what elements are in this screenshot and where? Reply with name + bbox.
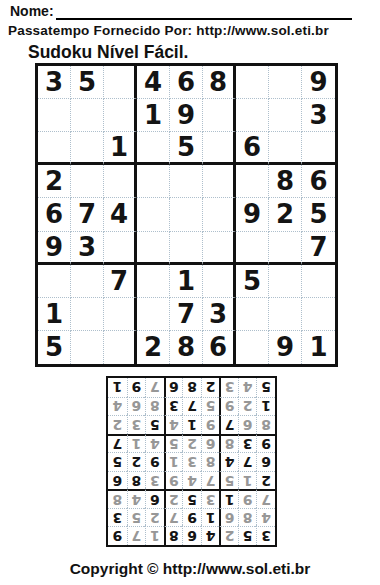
solution-cell-r6c1: 9 xyxy=(256,434,275,453)
solution-cell-r8c8: 6 xyxy=(127,397,146,416)
solution-cell-r1c9: 9 xyxy=(108,526,127,545)
solution-cell-r2c3: 6 xyxy=(219,508,238,527)
puzzle-cell-r4c8: 8 xyxy=(269,165,302,198)
puzzle-cell-r2c9: 3 xyxy=(302,99,335,132)
solution-cell-r9c3: 3 xyxy=(219,378,238,397)
solution-cell-r7c8: 3 xyxy=(127,415,146,434)
page-title: Sudoku Nível Fácil. xyxy=(28,42,188,63)
solution-cell-r8c4: 5 xyxy=(201,397,220,416)
solution-cell-r6c9: 7 xyxy=(108,434,127,453)
solution-cell-r3c1: 7 xyxy=(256,489,275,508)
solution-cell-r1c1: 3 xyxy=(256,526,275,545)
puzzle-cell-r8c2[interactable] xyxy=(71,298,104,331)
copyright-line: Copyright © http://www.sol.eti.br xyxy=(0,560,380,578)
puzzle-cell-r6c5[interactable] xyxy=(170,232,203,265)
solution-cell-r4c7: 3 xyxy=(145,471,164,490)
solution-cell-r5c3: 4 xyxy=(219,452,238,471)
solution-cell-r6c7: 4 xyxy=(145,434,164,453)
puzzle-cell-r2c1[interactable] xyxy=(38,99,71,132)
provider-line: Passatempo Fornecido Por: http://www.sol… xyxy=(8,23,329,38)
puzzle-cell-r5c7: 9 xyxy=(236,198,269,231)
solution-cell-r8c2: 2 xyxy=(238,397,257,416)
puzzle-cell-r4c4[interactable] xyxy=(137,165,170,198)
solution-cell-r6c6: 5 xyxy=(164,434,183,453)
puzzle-cell-r6c1: 9 xyxy=(38,232,71,265)
puzzle-cell-r9c7[interactable] xyxy=(236,331,269,364)
solution-cell-r4c8: 8 xyxy=(127,471,146,490)
puzzle-cell-r1c1: 3 xyxy=(38,66,71,99)
puzzle-cell-r6c6[interactable] xyxy=(203,232,236,265)
puzzle-cell-r7c8[interactable] xyxy=(269,265,302,298)
puzzle-cell-r8c3[interactable] xyxy=(104,298,137,331)
puzzle-cell-r3c1[interactable] xyxy=(38,132,71,165)
solution-cell-r5c7: 9 xyxy=(145,452,164,471)
solution-cell-r5c2: 7 xyxy=(238,452,257,471)
solution-cell-r6c2: 3 xyxy=(238,434,257,453)
solution-cell-r1c8: 7 xyxy=(127,526,146,545)
solution-cell-r5c1: 6 xyxy=(256,452,275,471)
puzzle-cell-r8c8[interactable] xyxy=(269,298,302,331)
puzzle-cell-r3c5: 5 xyxy=(170,132,203,165)
solution-cell-r8c5: 7 xyxy=(182,397,201,416)
sudoku-puzzle-grid: 354689193156286674925937715173528691 xyxy=(35,63,338,367)
puzzle-cell-r8c1: 1 xyxy=(38,298,71,331)
puzzle-cell-r9c9: 1 xyxy=(302,331,335,364)
solution-cell-r9c6: 6 xyxy=(164,378,183,397)
puzzle-cell-r8c6: 3 xyxy=(203,298,236,331)
solution-cell-r7c3: 7 xyxy=(219,415,238,434)
puzzle-cell-r6c7[interactable] xyxy=(236,232,269,265)
puzzle-cell-r7c4[interactable] xyxy=(137,265,170,298)
puzzle-cell-r3c4[interactable] xyxy=(137,132,170,165)
solution-cell-r7c9: 2 xyxy=(108,415,127,434)
solution-cell-r9c2: 4 xyxy=(238,378,257,397)
solution-cell-r7c1: 8 xyxy=(256,415,275,434)
puzzle-cell-r1c6: 8 xyxy=(203,66,236,99)
puzzle-cell-r1c3[interactable] xyxy=(104,66,137,99)
puzzle-cell-r4c3[interactable] xyxy=(104,165,137,198)
solution-cell-r8c3: 9 xyxy=(219,397,238,416)
solution-cell-r6c3: 8 xyxy=(219,434,238,453)
solution-cell-r2c7: 2 xyxy=(145,508,164,527)
solution-cell-r5c4: 8 xyxy=(201,452,220,471)
solution-cell-r4c9: 6 xyxy=(108,471,127,490)
solution-cell-r2c2: 8 xyxy=(238,508,257,527)
puzzle-cell-r9c2[interactable] xyxy=(71,331,104,364)
puzzle-cell-r7c9[interactable] xyxy=(302,265,335,298)
solution-cell-r5c6: 1 xyxy=(164,452,183,471)
solution-cell-r8c7: 8 xyxy=(145,397,164,416)
solution-cell-r3c8: 4 xyxy=(127,489,146,508)
puzzle-cell-r7c7: 5 xyxy=(236,265,269,298)
solution-cell-r3c6: 2 xyxy=(164,489,183,508)
puzzle-cell-r1c9: 9 xyxy=(302,66,335,99)
solution-cell-r2c8: 5 xyxy=(127,508,146,527)
puzzle-cell-r9c8: 9 xyxy=(269,331,302,364)
solution-cell-r3c2: 9 xyxy=(238,489,257,508)
puzzle-cell-r9c5: 8 xyxy=(170,331,203,364)
solution-cell-r2c9: 3 xyxy=(108,508,127,527)
solution-cell-r7c2: 6 xyxy=(238,415,257,434)
puzzle-cell-r7c2[interactable] xyxy=(71,265,104,298)
solution-cell-r1c4: 4 xyxy=(201,526,220,545)
puzzle-cell-r4c5[interactable] xyxy=(170,165,203,198)
solution-cell-r3c4: 3 xyxy=(201,489,220,508)
puzzle-cell-r9c6: 6 xyxy=(203,331,236,364)
solution-cell-r6c5: 2 xyxy=(182,434,201,453)
solution-cell-r9c7: 7 xyxy=(145,378,164,397)
puzzle-cell-r3c8[interactable] xyxy=(269,132,302,165)
puzzle-cell-r2c8[interactable] xyxy=(269,99,302,132)
solution-cell-r8c9: 4 xyxy=(108,397,127,416)
solution-cell-r2c6: 7 xyxy=(164,508,183,527)
puzzle-cell-r7c5: 1 xyxy=(170,265,203,298)
solution-cell-r5c5: 3 xyxy=(182,452,201,471)
solution-cell-r3c3: 1 xyxy=(219,489,238,508)
name-underline xyxy=(56,3,352,20)
puzzle-cell-r1c2: 5 xyxy=(71,66,104,99)
solution-cell-r4c6: 9 xyxy=(164,471,183,490)
solution-cell-r7c6: 4 xyxy=(164,415,183,434)
puzzle-cell-r3c6[interactable] xyxy=(203,132,236,165)
puzzle-cell-r7c1[interactable] xyxy=(38,265,71,298)
solution-cell-r6c4: 6 xyxy=(201,434,220,453)
solution-cell-r9c4: 2 xyxy=(201,378,220,397)
puzzle-cell-r6c8[interactable] xyxy=(269,232,302,265)
puzzle-cell-r5c4[interactable] xyxy=(137,198,170,231)
solution-cell-r2c4: 1 xyxy=(201,508,220,527)
puzzle-cell-r4c6[interactable] xyxy=(203,165,236,198)
puzzle-cell-r2c5: 9 xyxy=(170,99,203,132)
solution-cell-r1c2: 5 xyxy=(238,526,257,545)
puzzle-cell-r9c3[interactable] xyxy=(104,331,137,364)
solution-cell-r4c3: 5 xyxy=(219,471,238,490)
puzzle-cell-r6c4[interactable] xyxy=(137,232,170,265)
solution-cell-r7c5: 1 xyxy=(182,415,201,434)
page: Nome: Passatempo Fornecido Por: http://w… xyxy=(0,0,380,585)
puzzle-cell-r5c2: 7 xyxy=(71,198,104,231)
solution-cell-r4c4: 7 xyxy=(201,471,220,490)
puzzle-cell-r1c5: 6 xyxy=(170,66,203,99)
puzzle-cell-r5c5[interactable] xyxy=(170,198,203,231)
puzzle-cell-r3c3: 1 xyxy=(104,132,137,165)
solution-cell-r9c1: 5 xyxy=(256,378,275,397)
puzzle-cell-r1c7[interactable] xyxy=(236,66,269,99)
solution-cell-r7c4: 9 xyxy=(201,415,220,434)
solution-cell-r8c6: 3 xyxy=(164,397,183,416)
solution-cell-r1c3: 2 xyxy=(219,526,238,545)
puzzle-cell-r3c7: 6 xyxy=(236,132,269,165)
solution-cell-r3c7: 6 xyxy=(145,489,164,508)
solution-cell-r1c7: 1 xyxy=(145,526,164,545)
solution-cell-r4c2: 1 xyxy=(238,471,257,490)
puzzle-cell-r9c1: 5 xyxy=(38,331,71,364)
puzzle-cell-r6c3[interactable] xyxy=(104,232,137,265)
puzzle-cell-r2c7[interactable] xyxy=(236,99,269,132)
puzzle-cell-r5c3: 4 xyxy=(104,198,137,231)
puzzle-cell-r8c5: 7 xyxy=(170,298,203,331)
puzzle-cell-r5c6[interactable] xyxy=(203,198,236,231)
solution-cell-r6c8: 1 xyxy=(127,434,146,453)
puzzle-cell-r7c6[interactable] xyxy=(203,265,236,298)
puzzle-cell-r4c1: 2 xyxy=(38,165,71,198)
puzzle-cell-r2c3[interactable] xyxy=(104,99,137,132)
solution-cell-r2c1: 4 xyxy=(256,508,275,527)
solution-cell-r9c8: 9 xyxy=(127,378,146,397)
puzzle-cell-r1c8[interactable] xyxy=(269,66,302,99)
puzzle-cell-r4c9: 6 xyxy=(302,165,335,198)
puzzle-cell-r2c6[interactable] xyxy=(203,99,236,132)
solution-cell-r9c5: 8 xyxy=(182,378,201,397)
solution-cell-r9c9: 1 xyxy=(108,378,127,397)
puzzle-cell-r5c9: 5 xyxy=(302,198,335,231)
puzzle-cell-r6c9: 7 xyxy=(302,232,335,265)
name-row: Nome: xyxy=(10,3,352,20)
solution-cell-r4c5: 4 xyxy=(182,471,201,490)
puzzle-cell-r2c4: 1 xyxy=(137,99,170,132)
puzzle-cell-r8c4[interactable] xyxy=(137,298,170,331)
puzzle-cell-r4c2[interactable] xyxy=(71,165,104,198)
solution-cell-r5c8: 2 xyxy=(127,452,146,471)
solution-cell-r8c1: 1 xyxy=(256,397,275,416)
solution-cell-r4c1: 2 xyxy=(256,471,275,490)
solution-cell-r2c5: 9 xyxy=(182,508,201,527)
puzzle-cell-r8c7[interactable] xyxy=(236,298,269,331)
solution-cell-r1c6: 8 xyxy=(164,526,183,545)
puzzle-cell-r1c4: 4 xyxy=(137,66,170,99)
solution-cell-r3c9: 8 xyxy=(108,489,127,508)
puzzle-cell-r5c8: 2 xyxy=(269,198,302,231)
puzzle-cell-r8c9[interactable] xyxy=(302,298,335,331)
puzzle-cell-r3c2[interactable] xyxy=(71,132,104,165)
puzzle-cell-r4c7[interactable] xyxy=(236,165,269,198)
solution-cell-r1c5: 6 xyxy=(182,526,201,545)
puzzle-cell-r7c3: 7 xyxy=(104,265,137,298)
solution-cell-r3c5: 5 xyxy=(182,489,201,508)
puzzle-cell-r3c9[interactable] xyxy=(302,132,335,165)
solution-cell-r7c7: 5 xyxy=(145,415,164,434)
sudoku-solution-grid: 3524681794861972537913526482157493866748… xyxy=(106,376,277,547)
puzzle-cell-r6c2: 3 xyxy=(71,232,104,265)
puzzle-cell-r5c1: 6 xyxy=(38,198,71,231)
name-label: Nome: xyxy=(10,3,54,20)
puzzle-cell-r2c2[interactable] xyxy=(71,99,104,132)
puzzle-cell-r9c4: 2 xyxy=(137,331,170,364)
solution-cell-r5c9: 5 xyxy=(108,452,127,471)
